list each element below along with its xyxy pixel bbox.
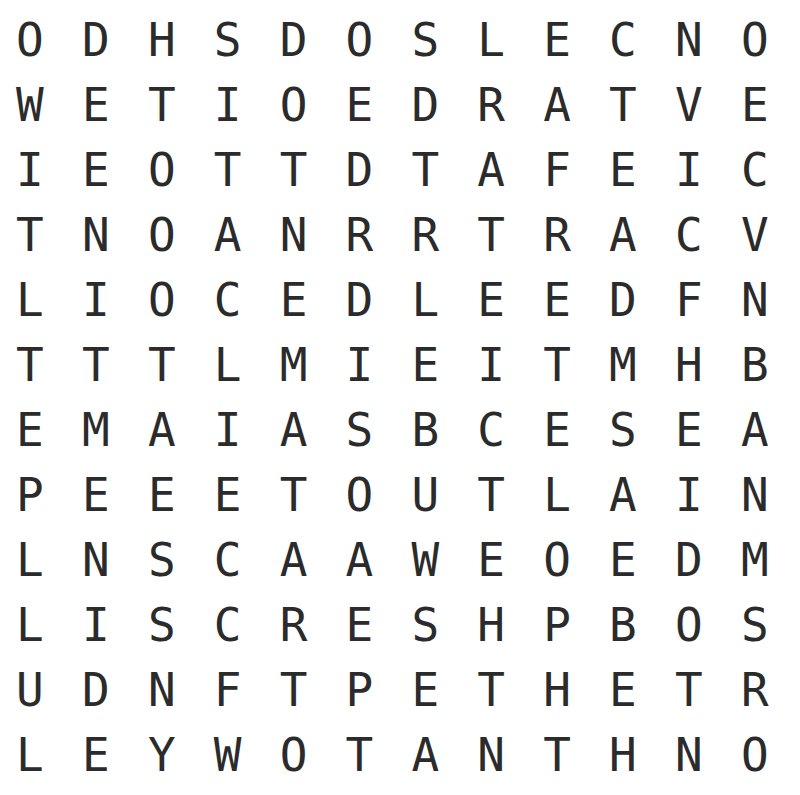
- grid-cell[interactable]: O: [0, 7, 63, 72]
- grid-cell[interactable]: S: [392, 7, 458, 72]
- grid-cell[interactable]: E: [63, 722, 129, 787]
- grid-cell[interactable]: F: [524, 137, 590, 202]
- grid-cell[interactable]: T: [458, 202, 524, 267]
- grid-cell[interactable]: W: [0, 72, 63, 137]
- grid-cell[interactable]: M: [590, 332, 656, 397]
- grid-cell[interactable]: L: [0, 527, 63, 592]
- grid-cell[interactable]: L: [458, 7, 524, 72]
- grid-cell[interactable]: S: [722, 592, 788, 657]
- grid-cell[interactable]: E: [392, 657, 458, 722]
- grid-cell[interactable]: T: [261, 137, 327, 202]
- grid-cell[interactable]: N: [63, 202, 129, 267]
- grid-cell[interactable]: M: [722, 527, 788, 592]
- grid-cell[interactable]: W: [195, 722, 261, 787]
- grid-cell[interactable]: O: [524, 527, 590, 592]
- grid-cell[interactable]: V: [722, 202, 788, 267]
- grid-cell[interactable]: N: [722, 267, 788, 332]
- grid-cell[interactable]: E: [458, 267, 524, 332]
- grid-cell[interactable]: A: [129, 397, 195, 462]
- grid-cell[interactable]: I: [656, 137, 722, 202]
- grid-cell[interactable]: A: [261, 527, 327, 592]
- grid-cell[interactable]: T: [129, 72, 195, 137]
- grid-cell[interactable]: A: [392, 722, 458, 787]
- grid-cell[interactable]: C: [195, 527, 261, 592]
- grid-cell[interactable]: D: [590, 267, 656, 332]
- grid-cell[interactable]: E: [63, 137, 129, 202]
- grid-cell[interactable]: I: [63, 267, 129, 332]
- grid-cell[interactable]: E: [524, 397, 590, 462]
- grid-cell[interactable]: E: [129, 462, 195, 527]
- grid-cell[interactable]: V: [656, 72, 722, 137]
- grid-cell[interactable]: E: [524, 267, 590, 332]
- grid-cell[interactable]: T: [392, 137, 458, 202]
- grid-cell[interactable]: T: [129, 332, 195, 397]
- grid-cell[interactable]: B: [392, 397, 458, 462]
- word-search-grid: ODHSDOSLECNOWETIOEDRATVEIEOTTDTAFEICTNOA…: [0, 7, 788, 787]
- grid-cell[interactable]: L: [195, 332, 261, 397]
- grid-cell[interactable]: T: [63, 332, 129, 397]
- grid-cell[interactable]: E: [326, 72, 392, 137]
- grid-cell[interactable]: H: [656, 332, 722, 397]
- grid-cell[interactable]: E: [261, 267, 327, 332]
- grid-cell[interactable]: C: [722, 137, 788, 202]
- grid-cell[interactable]: C: [195, 592, 261, 657]
- grid-cell[interactable]: D: [656, 527, 722, 592]
- grid-cell[interactable]: I: [458, 332, 524, 397]
- grid-cell[interactable]: E: [458, 527, 524, 592]
- grid-cell[interactable]: L: [0, 592, 63, 657]
- grid-cell[interactable]: O: [129, 202, 195, 267]
- grid-cell[interactable]: S: [590, 397, 656, 462]
- grid-cell[interactable]: S: [392, 592, 458, 657]
- grid-cell[interactable]: T: [261, 462, 327, 527]
- grid-cell[interactable]: S: [326, 397, 392, 462]
- grid-cell[interactable]: M: [63, 397, 129, 462]
- word-search-page: ODHSDOSLECNOWETIOEDRATVEIEOTTDTAFEICTNOA…: [0, 0, 800, 795]
- grid-cell[interactable]: H: [590, 722, 656, 787]
- grid-cell[interactable]: A: [722, 397, 788, 462]
- grid-cell[interactable]: I: [195, 397, 261, 462]
- grid-cell[interactable]: D: [63, 7, 129, 72]
- grid-cell[interactable]: U: [392, 462, 458, 527]
- grid-cell[interactable]: T: [0, 202, 63, 267]
- grid-cell[interactable]: F: [656, 267, 722, 332]
- grid-cell[interactable]: I: [63, 592, 129, 657]
- grid-cell[interactable]: O: [326, 7, 392, 72]
- grid-cell[interactable]: N: [722, 462, 788, 527]
- grid-cell[interactable]: R: [458, 72, 524, 137]
- grid-cell[interactable]: T: [0, 332, 63, 397]
- grid-cell[interactable]: I: [326, 332, 392, 397]
- grid-cell[interactable]: D: [392, 72, 458, 137]
- grid-cell[interactable]: O: [129, 267, 195, 332]
- grid-cell[interactable]: A: [524, 72, 590, 137]
- grid-cell[interactable]: E: [195, 462, 261, 527]
- grid-cell[interactable]: O: [722, 722, 788, 787]
- grid-cell[interactable]: A: [261, 397, 327, 462]
- grid-cell[interactable]: W: [392, 527, 458, 592]
- grid-cell[interactable]: R: [326, 202, 392, 267]
- grid-cell[interactable]: T: [261, 657, 327, 722]
- grid-cell[interactable]: H: [458, 592, 524, 657]
- grid-cell[interactable]: Y: [129, 722, 195, 787]
- grid-cell[interactable]: B: [722, 332, 788, 397]
- grid-cell[interactable]: L: [0, 722, 63, 787]
- grid-cell[interactable]: E: [590, 657, 656, 722]
- grid-cell[interactable]: H: [524, 657, 590, 722]
- grid-cell[interactable]: C: [458, 397, 524, 462]
- grid-cell[interactable]: E: [656, 397, 722, 462]
- grid-cell[interactable]: P: [524, 592, 590, 657]
- grid-cell[interactable]: A: [458, 137, 524, 202]
- grid-cell[interactable]: D: [326, 267, 392, 332]
- grid-cell[interactable]: N: [63, 527, 129, 592]
- grid-cell[interactable]: A: [590, 202, 656, 267]
- grid-cell[interactable]: F: [195, 657, 261, 722]
- grid-cell[interactable]: N: [458, 722, 524, 787]
- grid-cell[interactable]: O: [326, 462, 392, 527]
- grid-cell[interactable]: E: [63, 72, 129, 137]
- grid-cell[interactable]: T: [524, 722, 590, 787]
- grid-cell[interactable]: I: [195, 72, 261, 137]
- grid-cell[interactable]: A: [326, 527, 392, 592]
- grid-cell[interactable]: I: [656, 462, 722, 527]
- grid-cell[interactable]: E: [590, 137, 656, 202]
- grid-cell[interactable]: E: [392, 332, 458, 397]
- grid-cell[interactable]: D: [326, 137, 392, 202]
- grid-cell[interactable]: T: [524, 332, 590, 397]
- grid-cell[interactable]: S: [195, 7, 261, 72]
- grid-cell[interactable]: O: [129, 137, 195, 202]
- grid-cell[interactable]: R: [392, 202, 458, 267]
- grid-cell[interactable]: B: [590, 592, 656, 657]
- grid-cell[interactable]: T: [458, 462, 524, 527]
- grid-cell[interactable]: T: [326, 722, 392, 787]
- grid-cell[interactable]: E: [722, 72, 788, 137]
- grid-cell[interactable]: O: [722, 7, 788, 72]
- grid-cell[interactable]: T: [195, 137, 261, 202]
- grid-cell[interactable]: O: [656, 592, 722, 657]
- grid-cell[interactable]: L: [392, 267, 458, 332]
- grid-cell[interactable]: H: [129, 7, 195, 72]
- grid-cell[interactable]: R: [524, 202, 590, 267]
- grid-cell[interactable]: E: [590, 527, 656, 592]
- grid-cell[interactable]: C: [195, 267, 261, 332]
- grid-cell[interactable]: N: [656, 722, 722, 787]
- grid-cell[interactable]: U: [0, 657, 63, 722]
- grid-cell[interactable]: T: [656, 657, 722, 722]
- grid-cell[interactable]: L: [524, 462, 590, 527]
- grid-cell[interactable]: D: [63, 657, 129, 722]
- grid-cell[interactable]: R: [722, 657, 788, 722]
- grid-cell[interactable]: S: [129, 527, 195, 592]
- grid-cell[interactable]: O: [261, 72, 327, 137]
- grid-cell[interactable]: P: [326, 657, 392, 722]
- grid-cell[interactable]: N: [261, 202, 327, 267]
- grid-cell[interactable]: I: [0, 137, 63, 202]
- grid-cell[interactable]: D: [261, 7, 327, 72]
- grid-cell[interactable]: M: [261, 332, 327, 397]
- grid-cell[interactable]: T: [458, 657, 524, 722]
- grid-cell[interactable]: T: [590, 72, 656, 137]
- grid-cell[interactable]: C: [590, 7, 656, 72]
- grid-cell[interactable]: C: [656, 202, 722, 267]
- grid-cell[interactable]: S: [129, 592, 195, 657]
- grid-cell[interactable]: N: [656, 7, 722, 72]
- grid-cell[interactable]: O: [261, 722, 327, 787]
- grid-cell[interactable]: R: [261, 592, 327, 657]
- grid-cell[interactable]: E: [63, 462, 129, 527]
- grid-cell[interactable]: N: [129, 657, 195, 722]
- grid-cell[interactable]: A: [195, 202, 261, 267]
- grid-cell[interactable]: E: [326, 592, 392, 657]
- grid-cell[interactable]: A: [590, 462, 656, 527]
- grid-cell[interactable]: L: [0, 267, 63, 332]
- grid-cell[interactable]: E: [524, 7, 590, 72]
- grid-cell[interactable]: E: [0, 397, 63, 462]
- grid-cell[interactable]: P: [0, 462, 63, 527]
